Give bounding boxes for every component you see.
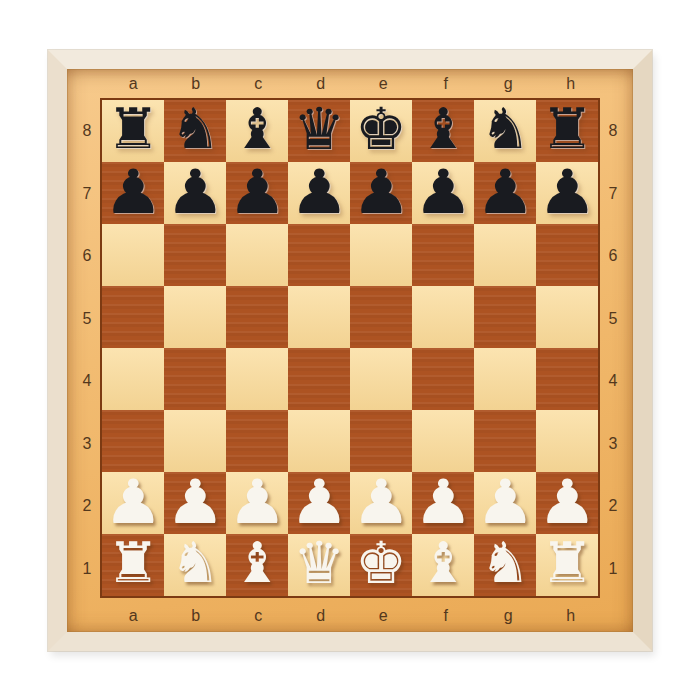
square-a7[interactable]: ♟	[102, 162, 164, 224]
square-f3[interactable]	[412, 410, 474, 472]
rank-label-6-left: 6	[75, 225, 99, 288]
square-c1[interactable]: ♝	[226, 534, 288, 596]
rank-label-4-right: 4	[601, 350, 625, 413]
square-b4[interactable]	[164, 348, 226, 410]
file-label-c-top: c	[227, 72, 290, 96]
square-a6[interactable]	[102, 224, 164, 286]
square-g3[interactable]	[474, 410, 536, 472]
piece-white-pawn[interactable]: ♟	[537, 471, 597, 532]
piece-white-knight[interactable]: ♞	[480, 535, 530, 591]
piece-black-knight[interactable]: ♞	[170, 101, 220, 157]
square-e7[interactable]: ♟	[350, 162, 412, 224]
square-b1[interactable]: ♞	[164, 534, 226, 596]
rank-label-8-right: 8	[601, 100, 625, 163]
square-c3[interactable]	[226, 410, 288, 472]
rank-label-1-left: 1	[75, 538, 99, 601]
square-e4[interactable]	[350, 348, 412, 410]
rank-label-7-right: 7	[601, 163, 625, 226]
piece-white-knight[interactable]: ♞	[170, 535, 220, 591]
square-b8[interactable]: ♞	[164, 100, 226, 162]
square-e5[interactable]	[350, 286, 412, 348]
file-label-g-top: g	[477, 72, 540, 96]
square-h6[interactable]	[536, 224, 598, 286]
square-e6[interactable]	[350, 224, 412, 286]
rank-label-2-right: 2	[601, 475, 625, 538]
file-label-c-bottom: c	[227, 604, 290, 628]
piece-white-pawn[interactable]: ♟	[103, 471, 163, 532]
square-c6[interactable]	[226, 224, 288, 286]
square-c7[interactable]: ♟	[226, 162, 288, 224]
piece-white-bishop[interactable]: ♝	[418, 535, 468, 591]
square-e8[interactable]: ♚	[350, 100, 412, 162]
square-d4[interactable]	[288, 348, 350, 410]
square-b7[interactable]: ♟	[164, 162, 226, 224]
square-c2[interactable]: ♟	[226, 472, 288, 534]
file-labels-bottom: abcdefgh	[102, 604, 602, 628]
rank-label-3-left: 3	[75, 413, 99, 476]
square-a1[interactable]: ♜	[102, 534, 164, 596]
square-a5[interactable]	[102, 286, 164, 348]
file-label-a-top: a	[102, 72, 165, 96]
piece-black-pawn[interactable]: ♟	[537, 161, 597, 222]
square-c5[interactable]	[226, 286, 288, 348]
rank-label-4-left: 4	[75, 350, 99, 413]
square-h2[interactable]: ♟	[536, 472, 598, 534]
square-d2[interactable]: ♟	[288, 472, 350, 534]
square-f7[interactable]: ♟	[412, 162, 474, 224]
file-label-d-top: d	[290, 72, 353, 96]
rank-label-3-right: 3	[601, 413, 625, 476]
square-f4[interactable]	[412, 348, 474, 410]
file-label-h-top: h	[540, 72, 603, 96]
piece-white-rook[interactable]: ♜	[540, 535, 594, 591]
square-h8[interactable]: ♜	[536, 100, 598, 162]
square-a8[interactable]: ♜	[102, 100, 164, 162]
piece-black-bishop[interactable]: ♝	[418, 101, 468, 157]
piece-black-knight[interactable]: ♞	[480, 101, 530, 157]
piece-black-pawn[interactable]: ♟	[103, 161, 163, 222]
rank-label-5-left: 5	[75, 288, 99, 351]
file-label-h-bottom: h	[540, 604, 603, 628]
file-label-d-bottom: d	[290, 604, 353, 628]
square-a4[interactable]	[102, 348, 164, 410]
chess-board: ♜♞♝♛♚♝♞♜♟♟♟♟♟♟♟♟♟♟♟♟♟♟♟♟♜♞♝♛♚♝♞♜	[100, 98, 600, 598]
piece-white-queen[interactable]: ♛	[293, 534, 345, 592]
board-frame: abcdefgh abcdefgh 87654321 87654321 ♜♞♝♛…	[48, 50, 652, 651]
square-h5[interactable]	[536, 286, 598, 348]
piece-white-pawn[interactable]: ♟	[475, 471, 535, 532]
square-h1[interactable]: ♜	[536, 534, 598, 596]
piece-black-bishop[interactable]: ♝	[232, 101, 282, 157]
square-g2[interactable]: ♟	[474, 472, 536, 534]
square-d3[interactable]	[288, 410, 350, 472]
square-b3[interactable]	[164, 410, 226, 472]
square-f1[interactable]: ♝	[412, 534, 474, 596]
rank-label-8-left: 8	[75, 100, 99, 163]
square-g8[interactable]: ♞	[474, 100, 536, 162]
rank-labels-right: 87654321	[601, 100, 625, 600]
piece-black-rook[interactable]: ♜	[540, 101, 594, 157]
rank-labels-left: 87654321	[75, 100, 99, 600]
piece-black-pawn[interactable]: ♟	[165, 161, 225, 222]
piece-white-king[interactable]: ♚	[355, 534, 407, 592]
square-e3[interactable]	[350, 410, 412, 472]
square-f2[interactable]: ♟	[412, 472, 474, 534]
piece-black-king[interactable]: ♚	[355, 100, 407, 158]
square-c4[interactable]	[226, 348, 288, 410]
file-label-a-bottom: a	[102, 604, 165, 628]
rank-label-6-right: 6	[601, 225, 625, 288]
piece-black-rook[interactable]: ♜	[106, 101, 160, 157]
piece-white-pawn[interactable]: ♟	[351, 471, 411, 532]
file-label-b-bottom: b	[165, 604, 228, 628]
file-labels-top: abcdefgh	[102, 72, 602, 96]
square-g6[interactable]	[474, 224, 536, 286]
piece-white-rook[interactable]: ♜	[106, 535, 160, 591]
square-f8[interactable]: ♝	[412, 100, 474, 162]
piece-black-pawn[interactable]: ♟	[289, 161, 349, 222]
square-a3[interactable]	[102, 410, 164, 472]
piece-white-pawn[interactable]: ♟	[289, 471, 349, 532]
square-b6[interactable]	[164, 224, 226, 286]
piece-white-pawn[interactable]: ♟	[227, 471, 287, 532]
square-d5[interactable]	[288, 286, 350, 348]
square-b5[interactable]	[164, 286, 226, 348]
square-h4[interactable]	[536, 348, 598, 410]
piece-black-pawn[interactable]: ♟	[475, 161, 535, 222]
piece-black-queen[interactable]: ♛	[293, 100, 345, 158]
square-b2[interactable]: ♟	[164, 472, 226, 534]
rank-label-7-left: 7	[75, 163, 99, 226]
piece-black-pawn[interactable]: ♟	[351, 161, 411, 222]
rank-label-5-right: 5	[601, 288, 625, 351]
board-surface: abcdefgh abcdefgh 87654321 87654321 ♜♞♝♛…	[67, 69, 633, 632]
piece-black-pawn[interactable]: ♟	[227, 161, 287, 222]
piece-white-pawn[interactable]: ♟	[165, 471, 225, 532]
square-c8[interactable]: ♝	[226, 100, 288, 162]
square-f6[interactable]	[412, 224, 474, 286]
square-d1[interactable]: ♛	[288, 534, 350, 596]
square-h7[interactable]: ♟	[536, 162, 598, 224]
square-g7[interactable]: ♟	[474, 162, 536, 224]
square-h3[interactable]	[536, 410, 598, 472]
piece-white-pawn[interactable]: ♟	[413, 471, 473, 532]
square-e2[interactable]: ♟	[350, 472, 412, 534]
square-g5[interactable]	[474, 286, 536, 348]
piece-black-pawn[interactable]: ♟	[413, 161, 473, 222]
square-d6[interactable]	[288, 224, 350, 286]
square-g4[interactable]	[474, 348, 536, 410]
file-label-g-bottom: g	[477, 604, 540, 628]
square-d8[interactable]: ♛	[288, 100, 350, 162]
square-e1[interactable]: ♚	[350, 534, 412, 596]
square-d7[interactable]: ♟	[288, 162, 350, 224]
square-g1[interactable]: ♞	[474, 534, 536, 596]
rank-label-2-left: 2	[75, 475, 99, 538]
rank-label-1-right: 1	[601, 538, 625, 601]
file-label-e-top: e	[352, 72, 415, 96]
file-label-e-bottom: e	[352, 604, 415, 628]
piece-white-bishop[interactable]: ♝	[232, 535, 282, 591]
file-label-f-bottom: f	[415, 604, 478, 628]
file-label-f-top: f	[415, 72, 478, 96]
square-a2[interactable]: ♟	[102, 472, 164, 534]
file-label-b-top: b	[165, 72, 228, 96]
square-f5[interactable]	[412, 286, 474, 348]
